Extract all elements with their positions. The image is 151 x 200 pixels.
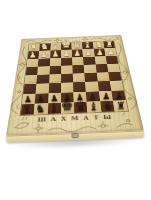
board-scene: ♜♞♝♚♛♝♞♜♟♟♟♟♟♟♟♟♟♟♟♟♟♟♟♟♜♞♝♚♛♝♞♜ ШАХМАТЫ — [0, 0, 144, 136]
square-f8: ♝ — [47, 103, 60, 114]
product-photo: ♜♞♝♚♛♝♞♜♟♟♟♟♟♟♟♟♟♟♟♟♟♟♟♟♜♞♝♚♛♝♞♜ ШАХМАТЫ — [0, 0, 151, 200]
square-g6 — [36, 83, 49, 93]
piece-white-pawn: ♟ — [107, 48, 114, 56]
board-grid: ♜♞♝♚♛♝♞♜♟♟♟♟♟♟♟♟♟♟♟♟♟♟♟♟♜♞♝♚♛♝♞♜ — [21, 41, 128, 115]
piece-black-rook: ♜ — [116, 101, 126, 112]
piece-white-pawn: ♟ — [96, 48, 103, 56]
square-e6 — [61, 83, 74, 93]
square-g8: ♞ — [34, 103, 48, 114]
square-g4 — [37, 66, 49, 75]
piece-white-pawn: ♟ — [52, 50, 59, 58]
piece-black-bishop: ♝ — [89, 101, 100, 113]
piece-white-pawn: ♟ — [29, 51, 36, 59]
square-c8: ♝ — [87, 101, 101, 112]
piece-black-bishop: ♝ — [49, 102, 60, 114]
piece-black-rook: ♜ — [22, 104, 32, 115]
square-e8: ♚ — [61, 102, 74, 113]
square-a8: ♜ — [113, 100, 128, 111]
square-h8: ♜ — [21, 104, 35, 115]
piece-black-queen: ♛ — [75, 99, 87, 113]
piece-white-pawn: ♟ — [63, 50, 70, 58]
piece-white-pawn: ♟ — [74, 49, 81, 57]
square-a4 — [107, 63, 120, 72]
piece-black-king: ♚ — [61, 99, 74, 114]
piece-white-pawn: ♟ — [41, 50, 48, 58]
piece-white-pawn: ♟ — [85, 49, 92, 57]
piece-black-knight: ♞ — [35, 103, 46, 115]
square-f6 — [48, 83, 61, 93]
chess-board: ♜♞♝♚♛♝♞♜♟♟♟♟♟♟♟♟♟♟♟♟♟♟♟♟♜♞♝♚♛♝♞♜ ШАХМАТЫ — [6, 35, 144, 136]
square-c6 — [85, 82, 98, 92]
board-perspective-group: ♜♞♝♚♛♝♞♜♟♟♟♟♟♟♟♟♟♟♟♟♟♟♟♟♜♞♝♚♛♝♞♜ ШАХМАТЫ — [0, 0, 151, 200]
square-d6 — [73, 82, 86, 92]
piece-black-knight: ♞ — [102, 100, 113, 112]
square-a6 — [110, 81, 124, 91]
square-d8: ♛ — [74, 102, 88, 113]
square-h6 — [23, 84, 36, 94]
square-c4 — [84, 64, 96, 73]
latch-clasp-icon — [72, 133, 79, 138]
square-b8: ♞ — [100, 101, 115, 112]
